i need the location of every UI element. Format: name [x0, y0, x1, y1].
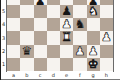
square-f5 [73, 5, 86, 18]
file-label-g: g [87, 73, 100, 78]
square-a2 [7, 45, 20, 58]
square-h3 [100, 31, 113, 44]
square-a4 [7, 18, 20, 31]
square-d1 [47, 58, 60, 71]
square-c1 [34, 58, 47, 71]
square-g4 [87, 18, 100, 31]
square-e2 [60, 45, 73, 58]
chess-board[interactable]: ♟♟♟♞♟♞♜♟♛♟♟♚ [6, 0, 114, 72]
square-g1 [87, 58, 100, 71]
square-a5 [7, 5, 20, 18]
square-h4 [100, 18, 113, 31]
square-d4 [47, 18, 60, 31]
rank-label-3: 3 [1, 36, 6, 41]
square-d3 [47, 31, 60, 44]
square-g3 [87, 31, 100, 44]
rank-label-4: 4 [1, 22, 6, 27]
square-c4 [34, 18, 47, 31]
square-e3 [60, 31, 73, 44]
square-e4 [60, 18, 73, 31]
square-h1 [100, 58, 113, 71]
diagram-bottom-border [1, 79, 120, 80]
square-a3 [7, 31, 20, 44]
square-d5 [47, 5, 60, 18]
square-b3 [20, 31, 33, 44]
file-label-f: f [73, 73, 86, 78]
square-h2 [100, 45, 113, 58]
square-e1 [60, 58, 73, 71]
square-c3 [34, 31, 47, 44]
square-g5 [87, 5, 100, 18]
square-b1 [20, 58, 33, 71]
square-d2 [47, 45, 60, 58]
square-f4 [73, 18, 86, 31]
file-label-h: h [100, 73, 113, 78]
square-c2 [34, 45, 47, 58]
square-a1 [7, 58, 20, 71]
file-label-c: c [34, 73, 47, 78]
rank-label-1: 1 [1, 62, 6, 67]
file-label-d: d [47, 73, 60, 78]
square-h5 [100, 5, 113, 18]
file-label-b: b [20, 73, 33, 78]
chess-diagram[interactable]: ♟♟♟♞♟♞♜♟♛♟♟♚ 54321 abcdefgh [0, 0, 120, 80]
file-label-e: e [60, 73, 73, 78]
square-f2 [73, 45, 86, 58]
square-c5 [34, 5, 47, 18]
square-f1 [73, 58, 86, 71]
square-b4 [20, 18, 33, 31]
square-b2 [20, 45, 33, 58]
file-label-a: a [7, 73, 20, 78]
square-g2 [87, 45, 100, 58]
square-e5 [60, 5, 73, 18]
square-f3 [73, 31, 86, 44]
rank-label-5: 5 [1, 9, 6, 14]
square-b5 [20, 5, 33, 18]
rank-label-2: 2 [1, 49, 6, 54]
